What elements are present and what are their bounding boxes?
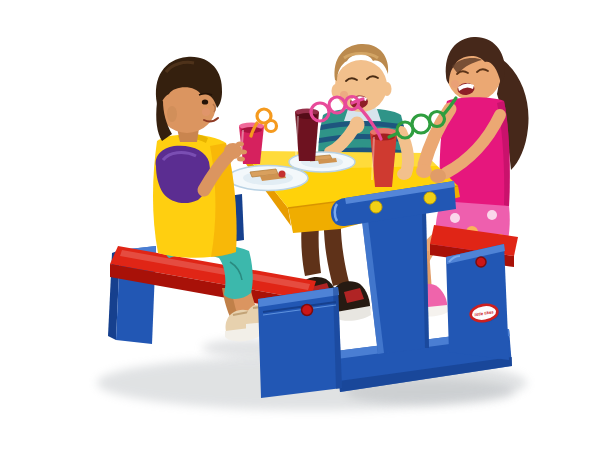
plate-left (228, 166, 308, 191)
boy-left-eye (202, 99, 208, 104)
boy-left-finger-3 (237, 157, 245, 162)
boy-center-hand-2 (397, 168, 411, 180)
boy-center-hand (350, 117, 365, 134)
girl-blush (451, 80, 459, 88)
picnic-scene: little tikes (0, 0, 600, 450)
boy-left-blush (202, 108, 210, 116)
product-photo: little tikes (0, 0, 600, 450)
rivet-yellow-left (370, 201, 382, 213)
girl-hand-2 (430, 169, 446, 183)
rivet-yellow-right (424, 192, 436, 204)
panel-bench-arm (258, 287, 342, 398)
boy-left-finger-2 (239, 150, 247, 155)
panel-rear-arm: little tikes (446, 244, 509, 360)
cup-middle (295, 109, 319, 162)
rivet-red-front (302, 305, 313, 316)
berry (279, 171, 286, 178)
girl-hand (416, 164, 432, 178)
boy-left-finger-1 (236, 142, 244, 147)
boy-left-ear (167, 106, 177, 122)
rivet-red-rear (476, 257, 486, 267)
